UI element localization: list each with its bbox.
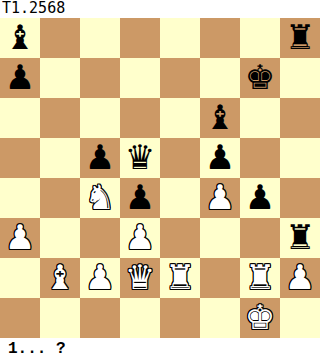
- square-h4[interactable]: [280, 178, 320, 218]
- square-c8[interactable]: [80, 18, 120, 58]
- white-pawn: ♟: [5, 217, 35, 257]
- square-h6[interactable]: [280, 98, 320, 138]
- square-a2[interactable]: [0, 258, 40, 298]
- square-b7[interactable]: [40, 58, 80, 98]
- white-pawn: ♟: [205, 177, 235, 217]
- square-d5[interactable]: ♛: [120, 138, 160, 178]
- white-pawn: ♟: [85, 257, 115, 297]
- square-c4[interactable]: ♞: [80, 178, 120, 218]
- black-pawn: ♟: [5, 57, 35, 97]
- square-d8[interactable]: [120, 18, 160, 58]
- status-bar: 1... ?: [0, 338, 320, 360]
- square-c7[interactable]: [80, 58, 120, 98]
- square-h5[interactable]: [280, 138, 320, 178]
- square-g7[interactable]: ♚: [240, 58, 280, 98]
- white-pawn: ♟: [285, 257, 315, 297]
- square-b3[interactable]: [40, 218, 80, 258]
- black-pawn: ♟: [125, 177, 155, 217]
- square-a8[interactable]: ♝: [0, 18, 40, 58]
- square-e2[interactable]: ♜: [160, 258, 200, 298]
- square-b5[interactable]: [40, 138, 80, 178]
- square-a7[interactable]: ♟: [0, 58, 40, 98]
- square-h7[interactable]: [280, 58, 320, 98]
- square-e5[interactable]: [160, 138, 200, 178]
- square-e7[interactable]: [160, 58, 200, 98]
- black-king: ♚: [245, 57, 275, 97]
- square-g4[interactable]: ♟: [240, 178, 280, 218]
- square-g2[interactable]: ♜: [240, 258, 280, 298]
- black-rook: ♜: [285, 17, 315, 57]
- square-e3[interactable]: [160, 218, 200, 258]
- square-d1[interactable]: [120, 298, 160, 338]
- square-g6[interactable]: [240, 98, 280, 138]
- square-f2[interactable]: [200, 258, 240, 298]
- square-c2[interactable]: ♟: [80, 258, 120, 298]
- square-f4[interactable]: ♟: [200, 178, 240, 218]
- square-f1[interactable]: [200, 298, 240, 338]
- white-rook: ♜: [165, 257, 195, 297]
- square-f7[interactable]: [200, 58, 240, 98]
- square-e8[interactable]: [160, 18, 200, 58]
- puzzle-id: T1.2568: [0, 0, 65, 17]
- black-bishop: ♝: [5, 17, 35, 57]
- square-b1[interactable]: [40, 298, 80, 338]
- square-g8[interactable]: [240, 18, 280, 58]
- square-a6[interactable]: [0, 98, 40, 138]
- white-rook: ♜: [245, 257, 275, 297]
- square-a5[interactable]: [0, 138, 40, 178]
- square-b4[interactable]: [40, 178, 80, 218]
- white-bishop: ♝: [45, 257, 75, 297]
- square-g1[interactable]: ♚: [240, 298, 280, 338]
- square-g3[interactable]: [240, 218, 280, 258]
- square-f3[interactable]: [200, 218, 240, 258]
- square-b2[interactable]: ♝: [40, 258, 80, 298]
- square-e6[interactable]: [160, 98, 200, 138]
- square-c5[interactable]: ♟: [80, 138, 120, 178]
- white-knight: ♞: [85, 177, 115, 217]
- black-bishop: ♝: [205, 97, 235, 137]
- square-d4[interactable]: ♟: [120, 178, 160, 218]
- square-d3[interactable]: ♟: [120, 218, 160, 258]
- white-queen: ♛: [125, 257, 155, 297]
- white-pawn: ♟: [125, 217, 155, 257]
- chess-board: ♝♜♟♚♝♟♛♟♞♟♟♟♟♟♜♝♟♛♜♜♟♚: [0, 18, 320, 338]
- square-b8[interactable]: [40, 18, 80, 58]
- square-c6[interactable]: [80, 98, 120, 138]
- black-pawn: ♟: [245, 177, 275, 217]
- square-h3[interactable]: ♜: [280, 218, 320, 258]
- square-h2[interactable]: ♟: [280, 258, 320, 298]
- square-a1[interactable]: [0, 298, 40, 338]
- square-f6[interactable]: ♝: [200, 98, 240, 138]
- square-e4[interactable]: [160, 178, 200, 218]
- square-d6[interactable]: [120, 98, 160, 138]
- square-e1[interactable]: [160, 298, 200, 338]
- black-pawn: ♟: [85, 137, 115, 177]
- move-prompt: 1... ?: [0, 340, 66, 358]
- square-b6[interactable]: [40, 98, 80, 138]
- square-f5[interactable]: ♟: [200, 138, 240, 178]
- square-f8[interactable]: [200, 18, 240, 58]
- square-c3[interactable]: [80, 218, 120, 258]
- square-a3[interactable]: ♟: [0, 218, 40, 258]
- black-queen: ♛: [125, 137, 155, 177]
- square-a4[interactable]: [0, 178, 40, 218]
- square-d2[interactable]: ♛: [120, 258, 160, 298]
- square-h8[interactable]: ♜: [280, 18, 320, 58]
- black-rook: ♜: [285, 217, 315, 257]
- square-h1[interactable]: [280, 298, 320, 338]
- square-c1[interactable]: [80, 298, 120, 338]
- black-pawn: ♟: [205, 137, 235, 177]
- puzzle-title-bar: T1.2568: [0, 0, 320, 18]
- white-king: ♚: [245, 297, 275, 337]
- square-d7[interactable]: [120, 58, 160, 98]
- square-g5[interactable]: [240, 138, 280, 178]
